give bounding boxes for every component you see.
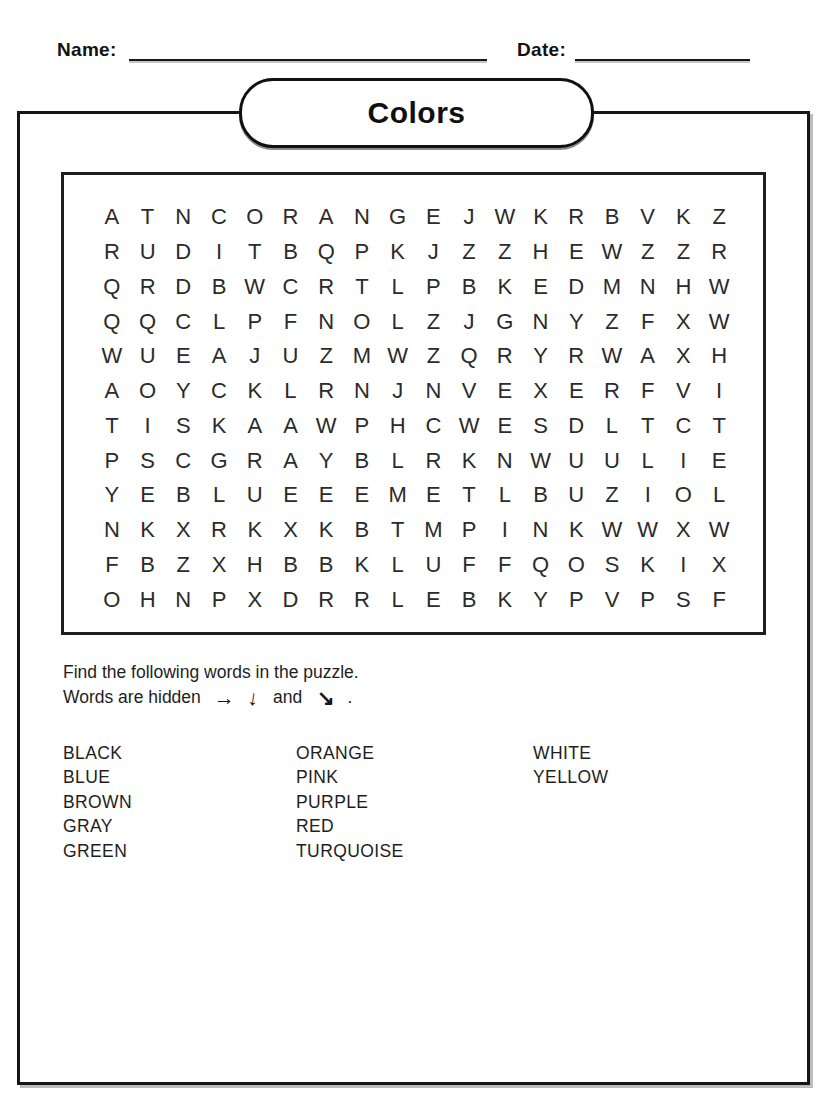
grid-cell-r3c16: N bbox=[630, 270, 666, 305]
grid-cell-r11c6: B bbox=[273, 548, 309, 583]
word-search-grid-box: ATNCORANGEJWKRBVKZRUDITBQPKJZZHEWZZRQRDB… bbox=[61, 172, 766, 635]
grid-cell-r1c1: A bbox=[94, 200, 130, 235]
grid-cell-r5c10: Z bbox=[415, 339, 451, 374]
grid-cell-r7c13: S bbox=[523, 409, 559, 444]
grid-cell-r4c4: L bbox=[201, 304, 237, 339]
name-blank-line bbox=[129, 59, 487, 61]
grid-cell-r12c2: H bbox=[130, 582, 166, 617]
grid-cell-r10c16: W bbox=[630, 513, 666, 548]
grid-cell-r1c6: R bbox=[273, 200, 309, 235]
grid-cell-r5c11: Q bbox=[451, 339, 487, 374]
grid-cell-r10c2: K bbox=[130, 513, 166, 548]
grid-cell-r6c3: Y bbox=[165, 374, 201, 409]
grid-cell-r5c4: A bbox=[201, 339, 237, 374]
grid-cell-r3c6: C bbox=[273, 270, 309, 305]
grid-cell-r8c4: G bbox=[201, 443, 237, 478]
grid-cell-r10c9: T bbox=[380, 513, 416, 548]
word-list-item: WHITE bbox=[533, 741, 608, 765]
instructions-line-2: Words are hidden → ↓ and ↘ . bbox=[63, 685, 359, 710]
grid-cell-r4c17: X bbox=[666, 304, 702, 339]
grid-cell-r9c1: Y bbox=[94, 478, 130, 513]
grid-cell-r8c3: C bbox=[165, 443, 201, 478]
letter-grid: ATNCORANGEJWKRBVKZRUDITBQPKJZZHEWZZRQRDB… bbox=[64, 175, 763, 632]
grid-cell-r1c16: V bbox=[630, 200, 666, 235]
word-list-item: YELLOW bbox=[533, 765, 608, 789]
grid-cell-r2c18: R bbox=[701, 235, 737, 270]
grid-cell-r3c13: E bbox=[523, 270, 559, 305]
grid-cell-r11c11: F bbox=[451, 548, 487, 583]
grid-cell-r7c8: P bbox=[344, 409, 380, 444]
grid-cell-r6c8: N bbox=[344, 374, 380, 409]
grid-cell-r2c7: Q bbox=[308, 235, 344, 270]
grid-cell-r5c16: A bbox=[630, 339, 666, 374]
grid-cell-r5c12: R bbox=[487, 339, 523, 374]
grid-cell-r10c7: K bbox=[308, 513, 344, 548]
arrow-down-icon: ↓ bbox=[246, 686, 259, 708]
word-column: ORANGEPINKPURPLEREDTURQUOISE bbox=[296, 741, 404, 863]
grid-cell-r11c5: H bbox=[237, 548, 273, 583]
word-list-item: GRAY bbox=[63, 814, 132, 838]
grid-cell-r1c10: E bbox=[415, 200, 451, 235]
grid-cell-r6c7: R bbox=[308, 374, 344, 409]
grid-cell-r12c15: V bbox=[594, 582, 630, 617]
grid-cell-r2c10: J bbox=[415, 235, 451, 270]
grid-cell-r8c1: P bbox=[94, 443, 130, 478]
grid-cell-r9c7: E bbox=[308, 478, 344, 513]
grid-cell-r2c8: P bbox=[344, 235, 380, 270]
grid-cell-r4c5: P bbox=[237, 304, 273, 339]
grid-cell-r1c14: R bbox=[558, 200, 594, 235]
grid-cell-r6c10: N bbox=[415, 374, 451, 409]
word-column: WHITEYELLOW bbox=[533, 741, 608, 790]
grid-cell-r7c11: W bbox=[451, 409, 487, 444]
grid-cell-r8c16: L bbox=[630, 443, 666, 478]
grid-cell-r11c7: B bbox=[308, 548, 344, 583]
grid-cell-r9c14: U bbox=[558, 478, 594, 513]
grid-cell-r5c1: W bbox=[94, 339, 130, 374]
name-label: Name: bbox=[57, 39, 117, 61]
word-list-item: PINK bbox=[296, 765, 404, 789]
grid-cell-r1c7: A bbox=[308, 200, 344, 235]
grid-cell-r3c9: L bbox=[380, 270, 416, 305]
grid-cell-r1c15: B bbox=[594, 200, 630, 235]
grid-cell-r5c6: U bbox=[273, 339, 309, 374]
grid-cell-r4c1: Q bbox=[94, 304, 130, 339]
grid-cell-r2c16: Z bbox=[630, 235, 666, 270]
grid-cell-r7c15: L bbox=[594, 409, 630, 444]
grid-cell-r8c14: U bbox=[558, 443, 594, 478]
grid-cell-r5c8: M bbox=[344, 339, 380, 374]
grid-cell-r9c11: T bbox=[451, 478, 487, 513]
grid-cell-r4c8: O bbox=[344, 304, 380, 339]
grid-cell-r7c17: C bbox=[666, 409, 702, 444]
grid-cell-r12c6: D bbox=[273, 582, 309, 617]
grid-cell-r1c17: K bbox=[666, 200, 702, 235]
grid-cell-r12c1: O bbox=[94, 582, 130, 617]
page-title: Colors bbox=[367, 96, 465, 130]
grid-cell-r12c8: R bbox=[344, 582, 380, 617]
grid-cell-r3c8: T bbox=[344, 270, 380, 305]
grid-cell-r9c16: I bbox=[630, 478, 666, 513]
grid-cell-r4c14: Y bbox=[558, 304, 594, 339]
grid-cell-r7c6: A bbox=[273, 409, 309, 444]
grid-cell-r8c12: N bbox=[487, 443, 523, 478]
grid-cell-r3c17: H bbox=[666, 270, 702, 305]
grid-cell-r10c15: W bbox=[594, 513, 630, 548]
grid-cell-r1c8: N bbox=[344, 200, 380, 235]
word-column: BLACKBLUEBROWNGRAYGREEN bbox=[63, 741, 132, 863]
grid-cell-r6c2: O bbox=[130, 374, 166, 409]
grid-cell-r8c7: Y bbox=[308, 443, 344, 478]
grid-cell-r8c18: E bbox=[701, 443, 737, 478]
grid-cell-r12c16: P bbox=[630, 582, 666, 617]
grid-cell-r12c4: P bbox=[201, 582, 237, 617]
grid-cell-r2c3: D bbox=[165, 235, 201, 270]
grid-cell-r4c12: G bbox=[487, 304, 523, 339]
grid-cell-r10c13: N bbox=[523, 513, 559, 548]
date-blank-line bbox=[575, 59, 750, 61]
grid-cell-r1c12: W bbox=[487, 200, 523, 235]
grid-cell-r1c9: G bbox=[380, 200, 416, 235]
grid-cell-r9c6: E bbox=[273, 478, 309, 513]
word-list-item: BLACK bbox=[63, 741, 132, 765]
grid-cell-r1c4: C bbox=[201, 200, 237, 235]
grid-cell-r6c11: V bbox=[451, 374, 487, 409]
grid-cell-r5c14: R bbox=[558, 339, 594, 374]
grid-cell-r3c1: Q bbox=[94, 270, 130, 305]
grid-cell-r9c9: M bbox=[380, 478, 416, 513]
grid-cell-r4c16: F bbox=[630, 304, 666, 339]
grid-cell-r1c18: Z bbox=[701, 200, 737, 235]
grid-cell-r7c2: I bbox=[130, 409, 166, 444]
grid-cell-r11c9: L bbox=[380, 548, 416, 583]
grid-cell-r6c13: X bbox=[523, 374, 559, 409]
grid-cell-r11c14: O bbox=[558, 548, 594, 583]
grid-cell-r8c15: U bbox=[594, 443, 630, 478]
grid-cell-r4c13: N bbox=[523, 304, 559, 339]
grid-cell-r5c9: W bbox=[380, 339, 416, 374]
grid-cell-r3c15: M bbox=[594, 270, 630, 305]
grid-cell-r10c18: W bbox=[701, 513, 737, 548]
grid-cell-r5c3: E bbox=[165, 339, 201, 374]
grid-cell-r2c13: H bbox=[523, 235, 559, 270]
grid-cell-r11c18: X bbox=[701, 548, 737, 583]
grid-cell-r2c1: R bbox=[94, 235, 130, 270]
instructions-and-text: and bbox=[273, 687, 302, 707]
grid-cell-r10c12: I bbox=[487, 513, 523, 548]
grid-cell-r6c4: C bbox=[201, 374, 237, 409]
grid-cell-r1c5: O bbox=[237, 200, 273, 235]
grid-cell-r12c9: L bbox=[380, 582, 416, 617]
grid-cell-r9c2: E bbox=[130, 478, 166, 513]
grid-cell-r7c18: T bbox=[701, 409, 737, 444]
grid-cell-r1c2: T bbox=[130, 200, 166, 235]
grid-cell-r7c14: D bbox=[558, 409, 594, 444]
grid-cell-r2c17: Z bbox=[666, 235, 702, 270]
grid-cell-r5c17: X bbox=[666, 339, 702, 374]
grid-cell-r1c3: N bbox=[165, 200, 201, 235]
grid-cell-r5c5: J bbox=[237, 339, 273, 374]
grid-cell-r12c18: F bbox=[701, 582, 737, 617]
grid-cell-r3c14: D bbox=[558, 270, 594, 305]
grid-cell-r11c15: S bbox=[594, 548, 630, 583]
grid-cell-r7c9: H bbox=[380, 409, 416, 444]
grid-cell-r1c13: K bbox=[523, 200, 559, 235]
grid-cell-r5c13: Y bbox=[523, 339, 559, 374]
grid-cell-r5c2: U bbox=[130, 339, 166, 374]
grid-cell-r11c13: Q bbox=[523, 548, 559, 583]
grid-cell-r9c17: O bbox=[666, 478, 702, 513]
grid-cell-r10c5: K bbox=[237, 513, 273, 548]
grid-cell-r7c16: T bbox=[630, 409, 666, 444]
grid-cell-r9c13: B bbox=[523, 478, 559, 513]
grid-cell-r8c5: R bbox=[237, 443, 273, 478]
grid-cell-r9c15: Z bbox=[594, 478, 630, 513]
grid-cell-r9c12: L bbox=[487, 478, 523, 513]
grid-cell-r10c14: K bbox=[558, 513, 594, 548]
grid-cell-r11c17: I bbox=[666, 548, 702, 583]
grid-cell-r12c3: N bbox=[165, 582, 201, 617]
grid-cell-r5c15: W bbox=[594, 339, 630, 374]
title-badge: Colors bbox=[239, 78, 594, 148]
grid-cell-r11c10: U bbox=[415, 548, 451, 583]
grid-cell-r3c10: P bbox=[415, 270, 451, 305]
grid-cell-r6c9: J bbox=[380, 374, 416, 409]
grid-cell-r7c10: C bbox=[415, 409, 451, 444]
grid-cell-r10c6: X bbox=[273, 513, 309, 548]
grid-cell-r4c6: F bbox=[273, 304, 309, 339]
arrow-diagonal-icon: ↘ bbox=[317, 687, 335, 708]
grid-cell-r3c5: W bbox=[237, 270, 273, 305]
grid-cell-r7c5: A bbox=[237, 409, 273, 444]
grid-cell-r11c16: K bbox=[630, 548, 666, 583]
grid-cell-r3c7: R bbox=[308, 270, 344, 305]
grid-cell-r6c12: E bbox=[487, 374, 523, 409]
grid-cell-r2c12: Z bbox=[487, 235, 523, 270]
word-list-item: BLUE bbox=[63, 765, 132, 789]
grid-cell-r11c8: K bbox=[344, 548, 380, 583]
grid-cell-r11c12: F bbox=[487, 548, 523, 583]
grid-cell-r3c4: B bbox=[201, 270, 237, 305]
grid-cell-r8c10: R bbox=[415, 443, 451, 478]
grid-cell-r10c1: N bbox=[94, 513, 130, 548]
grid-cell-r12c5: X bbox=[237, 582, 273, 617]
grid-cell-r8c6: A bbox=[273, 443, 309, 478]
grid-cell-r8c8: B bbox=[344, 443, 380, 478]
grid-cell-r10c3: X bbox=[165, 513, 201, 548]
grid-cell-r7c4: K bbox=[201, 409, 237, 444]
grid-cell-r7c3: S bbox=[165, 409, 201, 444]
arrow-right-icon: → bbox=[214, 687, 235, 708]
grid-cell-r2c4: I bbox=[201, 235, 237, 270]
grid-cell-r9c18: L bbox=[701, 478, 737, 513]
grid-cell-r2c5: T bbox=[237, 235, 273, 270]
grid-cell-r6c18: I bbox=[701, 374, 737, 409]
date-label: Date: bbox=[517, 39, 566, 61]
grid-cell-r12c11: B bbox=[451, 582, 487, 617]
grid-cell-r6c1: A bbox=[94, 374, 130, 409]
instructions-period: . bbox=[348, 687, 353, 707]
grid-cell-r4c2: Q bbox=[130, 304, 166, 339]
grid-cell-r11c3: Z bbox=[165, 548, 201, 583]
grid-cell-r4c18: W bbox=[701, 304, 737, 339]
grid-cell-r8c13: W bbox=[523, 443, 559, 478]
grid-cell-r12c17: S bbox=[666, 582, 702, 617]
grid-cell-r9c4: L bbox=[201, 478, 237, 513]
grid-cell-r8c2: S bbox=[130, 443, 166, 478]
grid-cell-r10c4: R bbox=[201, 513, 237, 548]
grid-cell-r4c3: C bbox=[165, 304, 201, 339]
grid-cell-r2c6: B bbox=[273, 235, 309, 270]
grid-cell-r3c3: D bbox=[165, 270, 201, 305]
grid-cell-r2c9: K bbox=[380, 235, 416, 270]
grid-cell-r8c11: K bbox=[451, 443, 487, 478]
grid-cell-r11c1: F bbox=[94, 548, 130, 583]
grid-cell-r7c12: E bbox=[487, 409, 523, 444]
grid-cell-r5c7: Z bbox=[308, 339, 344, 374]
grid-cell-r10c11: P bbox=[451, 513, 487, 548]
grid-cell-r5c18: H bbox=[701, 339, 737, 374]
grid-cell-r2c15: W bbox=[594, 235, 630, 270]
word-list-item: TURQUOISE bbox=[296, 839, 404, 863]
grid-cell-r2c2: U bbox=[130, 235, 166, 270]
grid-cell-r12c7: R bbox=[308, 582, 344, 617]
instructions: Find the following words in the puzzle. … bbox=[63, 660, 359, 710]
grid-cell-r6c16: F bbox=[630, 374, 666, 409]
grid-cell-r3c2: R bbox=[130, 270, 166, 305]
instructions-line-2-text: Words are hidden bbox=[63, 687, 201, 707]
grid-cell-r6c5: K bbox=[237, 374, 273, 409]
grid-cell-r3c12: K bbox=[487, 270, 523, 305]
grid-cell-r9c3: B bbox=[165, 478, 201, 513]
grid-cell-r6c14: E bbox=[558, 374, 594, 409]
grid-cell-r7c7: W bbox=[308, 409, 344, 444]
word-list-item: PURPLE bbox=[296, 790, 404, 814]
instructions-line-1: Find the following words in the puzzle. bbox=[63, 660, 359, 685]
word-list-item: ORANGE bbox=[296, 741, 404, 765]
grid-cell-r7c1: T bbox=[94, 409, 130, 444]
word-list-item: RED bbox=[296, 814, 404, 838]
grid-cell-r12c10: E bbox=[415, 582, 451, 617]
grid-cell-r11c4: X bbox=[201, 548, 237, 583]
grid-cell-r8c9: L bbox=[380, 443, 416, 478]
grid-cell-r9c5: U bbox=[237, 478, 273, 513]
grid-cell-r4c9: L bbox=[380, 304, 416, 339]
grid-cell-r9c8: E bbox=[344, 478, 380, 513]
grid-cell-r10c17: X bbox=[666, 513, 702, 548]
word-list-item: GREEN bbox=[63, 839, 132, 863]
word-list-item: BROWN bbox=[63, 790, 132, 814]
grid-cell-r4c10: Z bbox=[415, 304, 451, 339]
grid-cell-r12c13: Y bbox=[523, 582, 559, 617]
grid-cell-r9c10: E bbox=[415, 478, 451, 513]
grid-cell-r4c7: N bbox=[308, 304, 344, 339]
grid-cell-r8c17: I bbox=[666, 443, 702, 478]
grid-cell-r4c15: Z bbox=[594, 304, 630, 339]
grid-cell-r12c12: K bbox=[487, 582, 523, 617]
grid-cell-r1c11: J bbox=[451, 200, 487, 235]
grid-cell-r6c17: V bbox=[666, 374, 702, 409]
grid-cell-r3c18: W bbox=[701, 270, 737, 305]
grid-cell-r2c11: Z bbox=[451, 235, 487, 270]
grid-cell-r11c2: B bbox=[130, 548, 166, 583]
grid-cell-r6c15: R bbox=[594, 374, 630, 409]
grid-cell-r10c10: M bbox=[415, 513, 451, 548]
worksheet-page: Name: Date: Colors ATNCORANGEJWKRBVKZRUD… bbox=[0, 0, 824, 1102]
grid-cell-r12c14: P bbox=[558, 582, 594, 617]
grid-cell-r3c11: B bbox=[451, 270, 487, 305]
grid-cell-r6c6: L bbox=[273, 374, 309, 409]
grid-cell-r2c14: E bbox=[558, 235, 594, 270]
grid-cell-r4c11: J bbox=[451, 304, 487, 339]
grid-cell-r10c8: B bbox=[344, 513, 380, 548]
